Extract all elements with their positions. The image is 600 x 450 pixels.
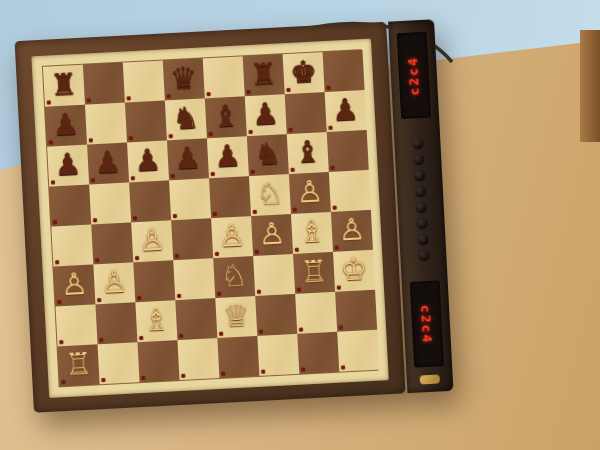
square-e2[interactable]: ♕: [215, 296, 257, 338]
square-led-icon: [206, 92, 210, 96]
square-c4[interactable]: ♙: [131, 220, 173, 262]
led-display-far: c2c4: [397, 32, 431, 119]
piece-black-knight-f6[interactable]: ♞: [247, 134, 289, 176]
square-g7[interactable]: [285, 92, 327, 134]
novag-badge-icon: [420, 374, 440, 384]
door-frame-edge: [580, 30, 600, 142]
square-led-icon: [177, 294, 181, 298]
square-a7[interactable]: ♟: [45, 105, 87, 147]
square-d3[interactable]: [173, 258, 215, 300]
square-b3[interactable]: ♙: [93, 262, 135, 304]
square-g1[interactable]: [297, 332, 339, 374]
piece-white-pawn-b3[interactable]: ♙: [93, 262, 135, 304]
square-a4[interactable]: [51, 224, 93, 266]
square-e6[interactable]: ♟: [207, 136, 249, 178]
square-h2[interactable]: [335, 290, 377, 332]
rail-button-1[interactable]: [412, 138, 424, 150]
square-led-icon: [331, 166, 335, 170]
square-led-icon: [299, 328, 303, 332]
square-b6[interactable]: ♟: [87, 142, 129, 184]
rail-button-6[interactable]: [416, 218, 428, 230]
piece-white-bishop-c2[interactable]: ♗: [135, 300, 177, 342]
square-c1[interactable]: [137, 340, 179, 382]
square-f6[interactable]: ♞: [247, 134, 289, 176]
square-led-icon: [141, 376, 145, 380]
square-f4[interactable]: ♙: [251, 214, 293, 256]
board-border: ♜♛♜♚♟♞♝♟♟♟♟♟♟♟♞♝♘♙♙♙♙♗♙♙♙♘♖♔♗♕♖: [31, 39, 388, 398]
square-d4[interactable]: [171, 218, 213, 260]
piece-black-pawn-a7[interactable]: ♟: [45, 105, 87, 147]
rail-button-7[interactable]: [417, 234, 429, 246]
square-a6[interactable]: ♟: [47, 145, 89, 187]
rail-button-8[interactable]: [418, 250, 430, 262]
square-led-icon: [181, 374, 185, 378]
square-d7[interactable]: ♞: [165, 98, 207, 140]
square-led-icon: [89, 138, 93, 142]
led-display-near-text: c2c4: [418, 304, 435, 344]
photo-scene: ♜♛♜♚♟♞♝♟♟♟♟♟♟♟♞♝♘♙♙♙♙♗♙♙♙♘♖♔♗♕♖ c2c4 c2c…: [0, 0, 600, 450]
square-led-icon: [257, 290, 261, 294]
square-led-icon: [221, 372, 225, 376]
square-led-icon: [333, 206, 337, 210]
square-a3[interactable]: ♙: [53, 264, 95, 306]
piece-white-pawn-a3[interactable]: ♙: [53, 264, 95, 306]
piece-white-pawn-c4[interactable]: ♙: [131, 220, 173, 262]
square-a2[interactable]: [55, 304, 97, 346]
square-d5[interactable]: [169, 178, 211, 220]
square-f1[interactable]: [257, 334, 299, 376]
piece-black-pawn-e6[interactable]: ♟: [207, 136, 249, 178]
square-led-icon: [179, 334, 183, 338]
square-e4[interactable]: ♙: [211, 216, 253, 258]
square-g5[interactable]: ♙: [289, 172, 331, 214]
square-h6[interactable]: [327, 130, 369, 172]
square-f3[interactable]: [253, 254, 295, 296]
piece-white-king-h3[interactable]: ♔: [333, 250, 375, 292]
square-f2[interactable]: [255, 294, 297, 336]
square-led-icon: [127, 96, 131, 100]
square-led-icon: [101, 378, 105, 382]
square-e8[interactable]: [203, 56, 245, 98]
square-h7[interactable]: ♟: [325, 90, 367, 132]
piece-white-pawn-h4[interactable]: ♙: [331, 210, 373, 252]
square-f5[interactable]: ♘: [249, 174, 291, 216]
piece-black-pawn-f7[interactable]: ♟: [245, 94, 287, 136]
chess-board-assembly: ♜♛♜♚♟♞♝♟♟♟♟♟♟♟♞♝♘♙♙♙♙♗♙♙♙♘♖♔♗♕♖ c2c4 c2c…: [15, 19, 454, 412]
square-led-icon: [133, 216, 137, 220]
piece-black-pawn-b6[interactable]: ♟: [87, 142, 129, 184]
square-c8[interactable]: [123, 61, 165, 103]
rail-button-2[interactable]: [413, 154, 425, 166]
piece-white-rook-g3[interactable]: ♖: [293, 252, 335, 294]
square-led-icon: [173, 214, 177, 218]
square-led-icon: [87, 98, 91, 102]
square-f7[interactable]: ♟: [245, 94, 287, 136]
board-frame: ♜♛♜♚♟♞♝♟♟♟♟♟♟♟♞♝♘♙♙♙♙♗♙♙♙♘♖♔♗♕♖: [15, 22, 406, 413]
square-b4[interactable]: [91, 222, 133, 264]
square-e3[interactable]: ♘: [213, 256, 255, 298]
chess-board: ♜♛♜♚♟♞♝♟♟♟♟♟♟♟♞♝♘♙♙♙♙♗♙♙♙♘♖♔♗♕♖: [42, 49, 378, 387]
piece-white-pawn-g5[interactable]: ♙: [289, 172, 331, 214]
square-led-icon: [339, 325, 343, 329]
square-h4[interactable]: ♙: [331, 210, 373, 252]
piece-black-king-g8[interactable]: ♚: [283, 52, 325, 94]
square-b8[interactable]: [83, 63, 125, 105]
square-c2[interactable]: ♗: [135, 300, 177, 342]
piece-white-knight-f5[interactable]: ♘: [249, 174, 291, 216]
square-d6[interactable]: ♟: [167, 138, 209, 180]
rail-button-4[interactable]: [414, 186, 426, 198]
piece-white-rook-a1[interactable]: ♖: [58, 344, 100, 386]
square-a1[interactable]: ♖: [58, 344, 100, 386]
square-led-icon: [259, 330, 263, 334]
square-led-icon: [326, 86, 330, 90]
square-c5[interactable]: [129, 180, 171, 222]
piece-black-pawn-h7[interactable]: ♟: [325, 90, 367, 132]
square-led-icon: [55, 260, 59, 264]
rail-button-5[interactable]: [415, 202, 427, 214]
square-b7[interactable]: [85, 103, 127, 145]
square-b2[interactable]: [95, 302, 137, 344]
piece-black-pawn-a6[interactable]: ♟: [47, 145, 89, 187]
square-g8[interactable]: ♚: [283, 52, 325, 94]
piece-black-knight-d7[interactable]: ♞: [165, 98, 207, 140]
square-c7[interactable]: [125, 100, 167, 142]
piece-white-pawn-e4[interactable]: ♙: [211, 216, 253, 258]
square-led-icon: [288, 128, 292, 132]
square-a5[interactable]: [49, 185, 91, 227]
square-h3[interactable]: ♔: [333, 250, 375, 292]
piece-black-pawn-d6[interactable]: ♟: [167, 138, 209, 180]
piece-black-rook-a8[interactable]: ♜: [43, 65, 85, 107]
square-e7[interactable]: ♝: [205, 96, 247, 138]
led-display-far-text: c2c4: [405, 55, 422, 95]
piece-white-queen-e2[interactable]: ♕: [215, 296, 257, 338]
square-e5[interactable]: [209, 176, 251, 218]
square-h5[interactable]: [329, 170, 371, 212]
square-led-icon: [301, 367, 305, 371]
square-d1[interactable]: [177, 338, 219, 380]
piece-black-rook-f8[interactable]: ♜: [243, 54, 285, 96]
piece-black-pawn-c6[interactable]: ♟: [127, 140, 169, 182]
square-e1[interactable]: [217, 336, 259, 378]
square-f8[interactable]: ♜: [243, 54, 285, 96]
rail-button-3[interactable]: [413, 170, 425, 182]
square-a8[interactable]: ♜: [43, 65, 85, 107]
piece-white-pawn-f4[interactable]: ♙: [251, 214, 293, 256]
square-c3[interactable]: [133, 260, 175, 302]
square-led-icon: [129, 136, 133, 140]
square-d2[interactable]: [175, 298, 217, 340]
piece-black-queen-d8[interactable]: ♛: [163, 58, 205, 100]
square-led-icon: [59, 340, 63, 344]
square-b5[interactable]: [89, 182, 131, 224]
square-g2[interactable]: [295, 292, 337, 334]
square-h8[interactable]: [323, 50, 365, 92]
piece-white-knight-e3[interactable]: ♘: [213, 256, 255, 298]
rail-buttons: [411, 122, 430, 277]
piece-black-bishop-g6[interactable]: ♝: [287, 132, 329, 174]
square-led-icon: [137, 296, 141, 300]
square-led-icon: [261, 370, 265, 374]
square-led-icon: [213, 212, 217, 216]
square-led-icon: [93, 218, 97, 222]
piece-white-bishop-g4[interactable]: ♗: [291, 212, 333, 254]
square-led-icon: [95, 258, 99, 262]
square-b1[interactable]: [98, 342, 140, 384]
square-g3[interactable]: ♖: [293, 252, 335, 294]
square-led-icon: [53, 220, 57, 224]
square-d8[interactable]: ♛: [163, 58, 205, 100]
square-g6[interactable]: ♝: [287, 132, 329, 174]
square-g4[interactable]: ♗: [291, 212, 333, 254]
square-led-icon: [99, 338, 103, 342]
square-led-icon: [341, 365, 345, 369]
square-led-icon: [175, 254, 179, 258]
led-display-near: c2c4: [410, 280, 444, 367]
square-h1[interactable]: [337, 330, 379, 372]
piece-black-bishop-e7[interactable]: ♝: [205, 96, 247, 138]
square-c6[interactable]: ♟: [127, 140, 169, 182]
